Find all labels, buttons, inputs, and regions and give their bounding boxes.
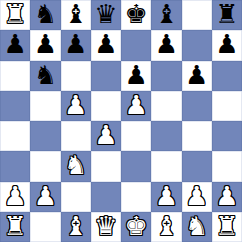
square-g8[interactable]	[182, 0, 212, 30]
piece-white-pawn[interactable]: ♟	[94, 122, 117, 148]
square-e1[interactable]: ♚	[121, 212, 151, 242]
piece-black-bishop[interactable]: ♝	[155, 1, 178, 27]
square-a6[interactable]	[0, 61, 30, 91]
piece-white-rook[interactable]: ♜	[3, 1, 26, 27]
piece-white-knight[interactable]: ♞	[64, 152, 87, 178]
piece-white-pawn[interactable]: ♟	[3, 183, 26, 209]
square-g5[interactable]	[182, 91, 212, 121]
square-c2[interactable]	[61, 182, 91, 212]
piece-white-king[interactable]: ♚	[124, 213, 147, 239]
piece-white-bishop[interactable]: ♝	[155, 213, 178, 239]
piece-white-queen[interactable]: ♛	[94, 213, 117, 239]
square-c7[interactable]: ♟	[61, 30, 91, 60]
piece-black-king[interactable]: ♚	[124, 1, 147, 27]
piece-black-rook[interactable]: ♜	[215, 1, 238, 27]
square-b7[interactable]: ♟	[30, 30, 60, 60]
piece-black-bishop[interactable]: ♝	[64, 1, 87, 27]
square-d8[interactable]: ♛	[91, 0, 121, 30]
square-h3[interactable]	[212, 151, 242, 181]
square-e8[interactable]: ♚	[121, 0, 151, 30]
square-f8[interactable]: ♝	[151, 0, 181, 30]
square-f1[interactable]: ♝	[151, 212, 181, 242]
square-e3[interactable]	[121, 151, 151, 181]
square-g6[interactable]: ♟	[182, 61, 212, 91]
piece-white-rook[interactable]: ♜	[3, 213, 26, 239]
piece-black-queen[interactable]: ♛	[94, 1, 117, 27]
square-e2[interactable]	[121, 182, 151, 212]
piece-black-knight[interactable]: ♞	[34, 62, 57, 88]
square-a2[interactable]: ♟	[0, 182, 30, 212]
piece-white-bishop[interactable]: ♝	[64, 213, 87, 239]
square-e4[interactable]	[121, 121, 151, 151]
square-d4[interactable]: ♟	[91, 121, 121, 151]
square-e5[interactable]: ♟	[121, 91, 151, 121]
square-f5[interactable]	[151, 91, 181, 121]
piece-white-pawn[interactable]: ♟	[185, 183, 208, 209]
square-c4[interactable]	[61, 121, 91, 151]
square-d3[interactable]	[91, 151, 121, 181]
piece-black-pawn[interactable]: ♟	[185, 62, 208, 88]
square-a7[interactable]: ♟	[0, 30, 30, 60]
piece-white-pawn[interactable]: ♟	[34, 183, 57, 209]
square-h4[interactable]	[212, 121, 242, 151]
square-a5[interactable]	[0, 91, 30, 121]
square-c6[interactable]	[61, 61, 91, 91]
piece-white-pawn[interactable]: ♟	[215, 183, 238, 209]
square-h2[interactable]: ♟	[212, 182, 242, 212]
square-a8[interactable]: ♜	[0, 0, 30, 30]
piece-black-pawn[interactable]: ♟	[215, 31, 238, 57]
square-d2[interactable]	[91, 182, 121, 212]
piece-black-pawn[interactable]: ♟	[94, 31, 117, 57]
piece-white-rook[interactable]: ♜	[215, 213, 238, 239]
square-h5[interactable]	[212, 91, 242, 121]
square-c5[interactable]: ♟	[61, 91, 91, 121]
square-h1[interactable]: ♜	[212, 212, 242, 242]
square-b3[interactable]	[30, 151, 60, 181]
square-c3[interactable]: ♞	[61, 151, 91, 181]
square-h7[interactable]: ♟	[212, 30, 242, 60]
square-c1[interactable]: ♝	[61, 212, 91, 242]
piece-black-pawn[interactable]: ♟	[34, 31, 57, 57]
square-a3[interactable]	[0, 151, 30, 181]
piece-black-pawn[interactable]: ♟	[64, 31, 87, 57]
piece-white-pawn[interactable]: ♟	[155, 183, 178, 209]
square-h6[interactable]	[212, 61, 242, 91]
square-g2[interactable]: ♟	[182, 182, 212, 212]
square-g7[interactable]	[182, 30, 212, 60]
square-h8[interactable]: ♜	[212, 0, 242, 30]
square-b1[interactable]	[30, 212, 60, 242]
square-g1[interactable]: ♞	[182, 212, 212, 242]
square-d1[interactable]: ♛	[91, 212, 121, 242]
square-g4[interactable]	[182, 121, 212, 151]
square-d5[interactable]	[91, 91, 121, 121]
square-e6[interactable]: ♟	[121, 61, 151, 91]
square-b4[interactable]	[30, 121, 60, 151]
piece-white-pawn[interactable]: ♟	[64, 92, 87, 118]
piece-black-pawn[interactable]: ♟	[3, 31, 26, 57]
square-f3[interactable]	[151, 151, 181, 181]
square-g3[interactable]	[182, 151, 212, 181]
square-f2[interactable]: ♟	[151, 182, 181, 212]
square-a1[interactable]: ♜	[0, 212, 30, 242]
square-b5[interactable]	[30, 91, 60, 121]
square-b8[interactable]: ♞	[30, 0, 60, 30]
square-a4[interactable]	[0, 121, 30, 151]
piece-black-pawn[interactable]: ♟	[155, 31, 178, 57]
square-f7[interactable]: ♟	[151, 30, 181, 60]
square-b6[interactable]: ♞	[30, 61, 60, 91]
piece-white-knight[interactable]: ♞	[185, 213, 208, 239]
square-e7[interactable]	[121, 30, 151, 60]
piece-black-pawn[interactable]: ♟	[124, 62, 147, 88]
square-c8[interactable]: ♝	[61, 0, 91, 30]
square-d6[interactable]	[91, 61, 121, 91]
chess-board: ♜♞♝♛♚♝♜♟♟♟♟♟♟♞♟♟♟♟♟♞♟♟♟♟♟♜♝♛♚♝♞♜	[0, 0, 242, 242]
square-f4[interactable]	[151, 121, 181, 151]
square-f6[interactable]	[151, 61, 181, 91]
square-d7[interactable]: ♟	[91, 30, 121, 60]
square-b2[interactable]: ♟	[30, 182, 60, 212]
piece-black-knight[interactable]: ♞	[34, 1, 57, 27]
piece-white-pawn[interactable]: ♟	[124, 92, 147, 118]
